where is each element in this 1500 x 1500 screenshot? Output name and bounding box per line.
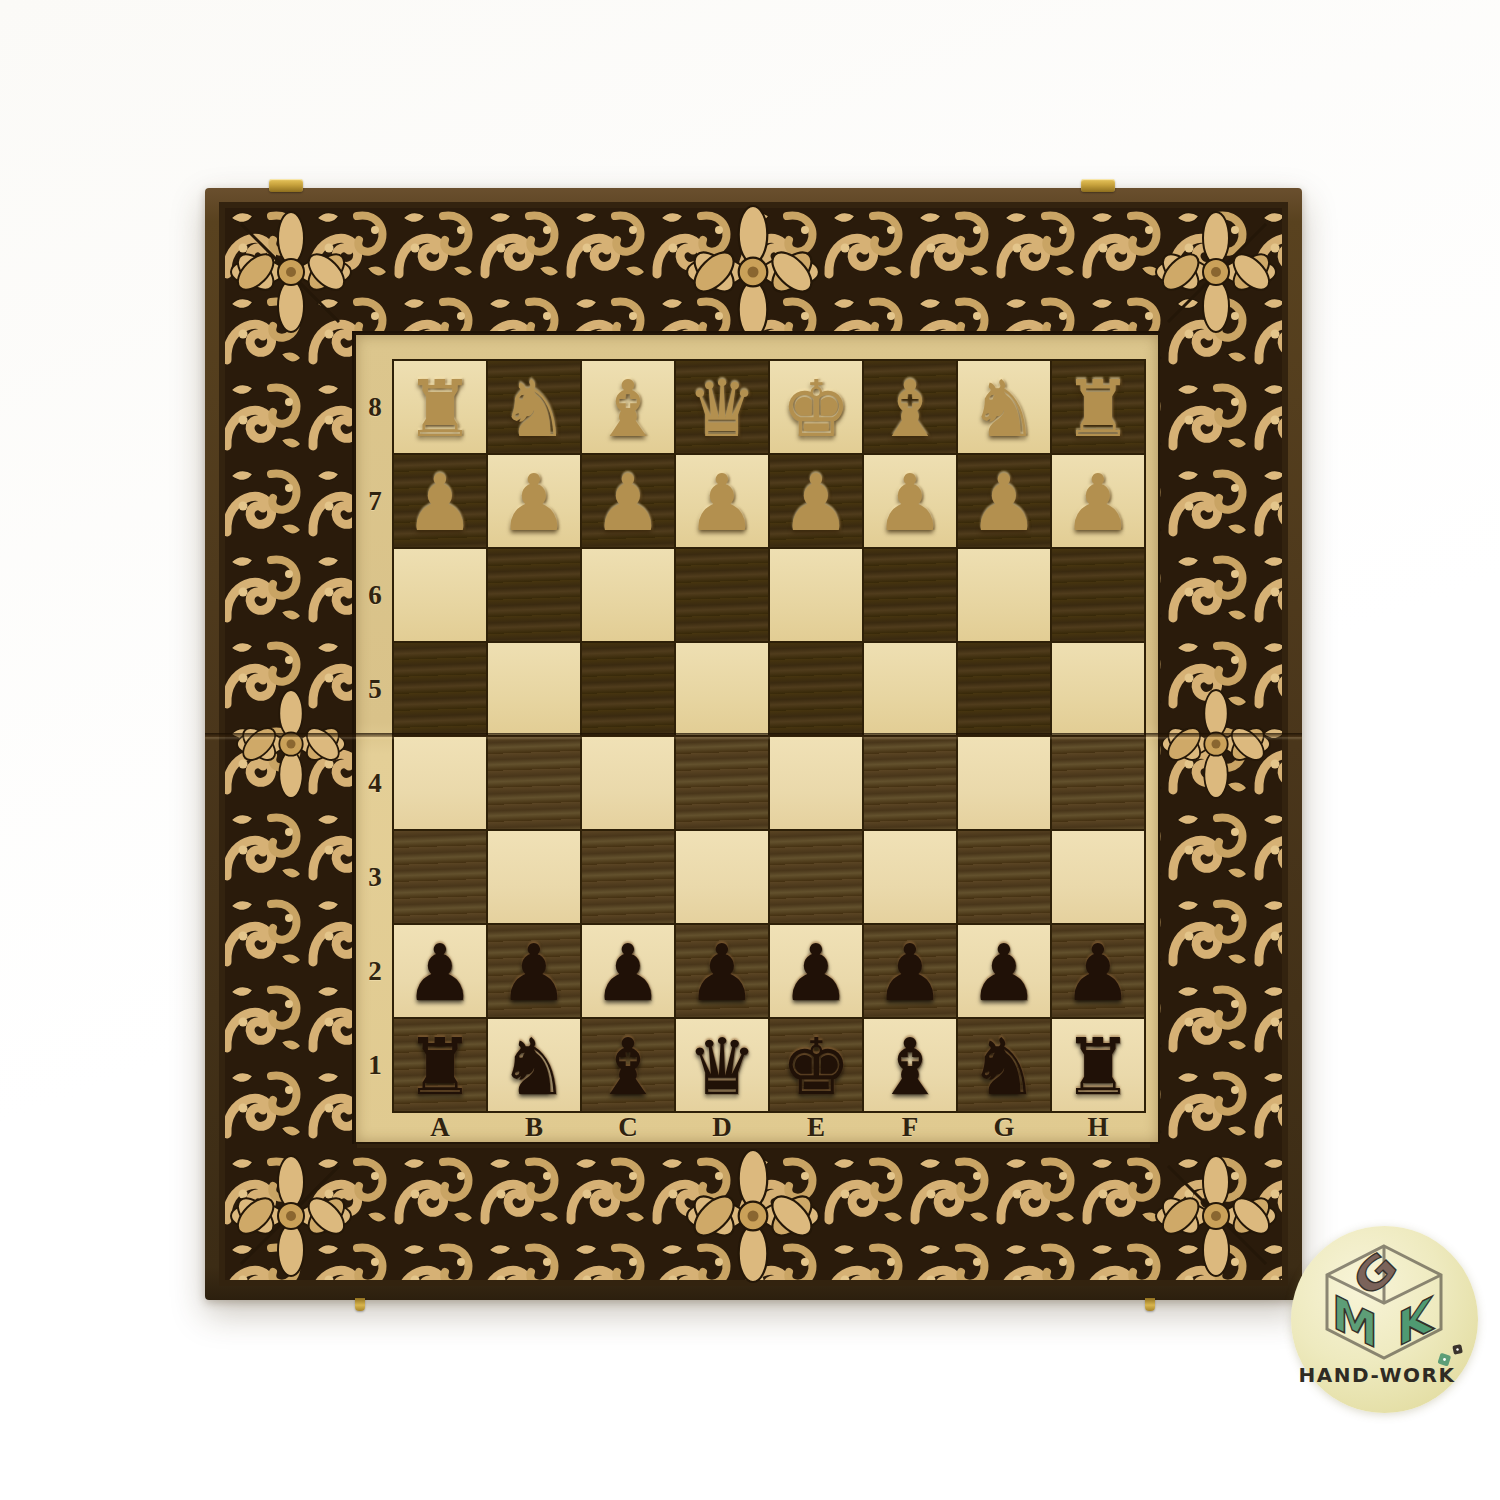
square-h8[interactable]: ♜ xyxy=(1052,361,1144,453)
square-c4[interactable] xyxy=(582,737,674,829)
square-f3[interactable] xyxy=(864,831,956,923)
piece-white-queen-d8[interactable]: ♛ xyxy=(676,361,768,453)
piece-white-pawn-b7[interactable]: ♟ xyxy=(488,455,580,547)
square-a5[interactable] xyxy=(394,643,486,735)
square-d8[interactable]: ♛ xyxy=(676,361,768,453)
square-e4[interactable] xyxy=(770,737,862,829)
square-g2[interactable]: ♟ xyxy=(958,925,1050,1017)
piece-white-pawn-c7[interactable]: ♟ xyxy=(582,455,674,547)
rank-label-2: 2 xyxy=(356,925,394,1017)
square-f8[interactable]: ♝ xyxy=(864,361,956,453)
square-c5[interactable] xyxy=(582,643,674,735)
rank-label-3: 3 xyxy=(356,831,394,923)
file-label-g: G xyxy=(958,1113,1050,1142)
square-b5[interactable] xyxy=(488,643,580,735)
piece-black-rook-a1[interactable]: ♜ xyxy=(394,1019,486,1111)
piece-black-pawn-a2[interactable]: ♟ xyxy=(394,925,486,1017)
square-h6[interactable] xyxy=(1052,549,1144,641)
piece-black-pawn-f2[interactable]: ♟ xyxy=(864,925,956,1017)
piece-white-bishop-f8[interactable]: ♝ xyxy=(864,361,956,453)
piece-white-pawn-e7[interactable]: ♟ xyxy=(770,455,862,547)
piece-white-rook-a8[interactable]: ♜ xyxy=(394,361,486,453)
file-label-c: C xyxy=(582,1113,674,1142)
square-d5[interactable] xyxy=(676,643,768,735)
piece-black-pawn-e2[interactable]: ♟ xyxy=(770,925,862,1017)
brass-hinge-left-icon xyxy=(269,179,303,192)
piece-black-queen-d1[interactable]: ♛ xyxy=(676,1019,768,1111)
piece-black-pawn-g2[interactable]: ♟ xyxy=(958,925,1050,1017)
piece-white-king-e8[interactable]: ♚ xyxy=(770,361,862,453)
file-label-h: H xyxy=(1052,1113,1144,1142)
piece-black-bishop-f1[interactable]: ♝ xyxy=(864,1019,956,1111)
square-a3[interactable] xyxy=(394,831,486,923)
file-label-b: B xyxy=(488,1113,580,1142)
square-b4[interactable] xyxy=(488,737,580,829)
square-b3[interactable] xyxy=(488,831,580,923)
piece-black-bishop-c1[interactable]: ♝ xyxy=(582,1019,674,1111)
square-e2[interactable]: ♟ xyxy=(770,925,862,1017)
square-f5[interactable] xyxy=(864,643,956,735)
logo-caption: HAND-WORK xyxy=(1299,1363,1456,1387)
square-c7[interactable]: ♟ xyxy=(582,455,674,547)
rank-label-5: 5 xyxy=(356,643,394,735)
file-label-a: A xyxy=(394,1113,486,1142)
square-h2[interactable]: ♟ xyxy=(1052,925,1144,1017)
product-photo: ♜♞♝♛♚♝♞♜♟♟♟♟♟♟♟♟♟♟♟♟♟♟♟♟♜♞♝♛♚♝♞♜ 8765432… xyxy=(0,0,1500,1500)
square-b7[interactable]: ♟ xyxy=(488,455,580,547)
file-label-d: D xyxy=(676,1113,768,1142)
square-g4[interactable] xyxy=(958,737,1050,829)
rank-label-4: 4 xyxy=(356,737,394,829)
square-h4[interactable] xyxy=(1052,737,1144,829)
square-g1[interactable]: ♞ xyxy=(958,1019,1050,1111)
piece-white-pawn-a7[interactable]: ♟ xyxy=(394,455,486,547)
playfield: ♜♞♝♛♚♝♞♜♟♟♟♟♟♟♟♟♟♟♟♟♟♟♟♟♜♞♝♛♚♝♞♜ 8765432… xyxy=(356,335,1158,1142)
rank-label-8: 8 xyxy=(356,361,394,453)
piece-black-pawn-b2[interactable]: ♟ xyxy=(488,925,580,1017)
piece-white-pawn-f7[interactable]: ♟ xyxy=(864,455,956,547)
square-d6[interactable] xyxy=(676,549,768,641)
square-d4[interactable] xyxy=(676,737,768,829)
square-d3[interactable] xyxy=(676,831,768,923)
piece-white-rook-h8[interactable]: ♜ xyxy=(1052,361,1144,453)
piece-black-knight-b1[interactable]: ♞ xyxy=(488,1019,580,1111)
brass-foot-left-icon xyxy=(355,1298,365,1311)
piece-black-pawn-h2[interactable]: ♟ xyxy=(1052,925,1144,1017)
file-label-f: F xyxy=(864,1113,956,1142)
square-h7[interactable]: ♟ xyxy=(1052,455,1144,547)
square-h5[interactable] xyxy=(1052,643,1144,735)
piece-white-knight-b8[interactable]: ♞ xyxy=(488,361,580,453)
square-f1[interactable]: ♝ xyxy=(864,1019,956,1111)
square-h3[interactable] xyxy=(1052,831,1144,923)
square-d2[interactable]: ♟ xyxy=(676,925,768,1017)
piece-white-knight-g8[interactable]: ♞ xyxy=(958,361,1050,453)
square-g6[interactable] xyxy=(958,549,1050,641)
square-f7[interactable]: ♟ xyxy=(864,455,956,547)
square-e6[interactable] xyxy=(770,549,862,641)
file-label-e: E xyxy=(770,1113,862,1142)
piece-black-knight-g1[interactable]: ♞ xyxy=(958,1019,1050,1111)
square-d7[interactable]: ♟ xyxy=(676,455,768,547)
piece-black-pawn-d2[interactable]: ♟ xyxy=(676,925,768,1017)
piece-black-rook-h1[interactable]: ♜ xyxy=(1052,1019,1144,1111)
square-g5[interactable] xyxy=(958,643,1050,735)
square-e5[interactable] xyxy=(770,643,862,735)
square-g8[interactable]: ♞ xyxy=(958,361,1050,453)
square-a8[interactable]: ♜ xyxy=(394,361,486,453)
square-e3[interactable] xyxy=(770,831,862,923)
file-labels: ABCDEFGH xyxy=(394,1113,1144,1142)
square-g3[interactable] xyxy=(958,831,1050,923)
square-b6[interactable] xyxy=(488,549,580,641)
rank-label-6: 6 xyxy=(356,549,394,641)
rank-label-1: 1 xyxy=(356,1019,394,1111)
square-f2[interactable]: ♟ xyxy=(864,925,956,1017)
rank-label-7: 7 xyxy=(356,455,394,547)
piece-white-bishop-c8[interactable]: ♝ xyxy=(582,361,674,453)
square-c6[interactable] xyxy=(582,549,674,641)
piece-white-pawn-h7[interactable]: ♟ xyxy=(1052,455,1144,547)
piece-white-pawn-d7[interactable]: ♟ xyxy=(676,455,768,547)
square-f4[interactable] xyxy=(864,737,956,829)
chess-board-box: ♜♞♝♛♚♝♞♜♟♟♟♟♟♟♟♟♟♟♟♟♟♟♟♟♜♞♝♛♚♝♞♜ 8765432… xyxy=(205,188,1302,1300)
square-e7[interactable]: ♟ xyxy=(770,455,862,547)
square-d1[interactable]: ♛ xyxy=(676,1019,768,1111)
brass-hinge-right-icon xyxy=(1081,179,1115,192)
brass-foot-right-icon xyxy=(1145,1298,1155,1311)
square-c8[interactable]: ♝ xyxy=(582,361,674,453)
square-e8[interactable]: ♚ xyxy=(770,361,862,453)
square-a6[interactable] xyxy=(394,549,486,641)
piece-white-pawn-g7[interactable]: ♟ xyxy=(958,455,1050,547)
square-b8[interactable]: ♞ xyxy=(488,361,580,453)
square-f6[interactable] xyxy=(864,549,956,641)
square-c3[interactable] xyxy=(582,831,674,923)
fold-seam xyxy=(205,733,1302,737)
maker-logo: G M K HAND-WORK xyxy=(1291,1226,1478,1413)
square-b1[interactable]: ♞ xyxy=(488,1019,580,1111)
square-h1[interactable]: ♜ xyxy=(1052,1019,1144,1111)
square-c1[interactable]: ♝ xyxy=(582,1019,674,1111)
square-a4[interactable] xyxy=(394,737,486,829)
square-c2[interactable]: ♟ xyxy=(582,925,674,1017)
square-a1[interactable]: ♜ xyxy=(394,1019,486,1111)
piece-black-king-e1[interactable]: ♚ xyxy=(770,1019,862,1111)
square-a7[interactable]: ♟ xyxy=(394,455,486,547)
square-e1[interactable]: ♚ xyxy=(770,1019,862,1111)
square-g7[interactable]: ♟ xyxy=(958,455,1050,547)
logo-letter-k: K xyxy=(1397,1286,1435,1357)
piece-black-pawn-c2[interactable]: ♟ xyxy=(582,925,674,1017)
square-b2[interactable]: ♟ xyxy=(488,925,580,1017)
square-a2[interactable]: ♟ xyxy=(394,925,486,1017)
